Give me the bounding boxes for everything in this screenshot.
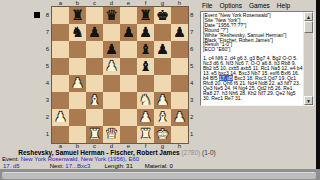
square-g5[interactable]: [154, 58, 171, 75]
piece-black-knight: ♞: [71, 24, 84, 41]
square-h7[interactable]: ♟: [171, 24, 188, 41]
square-d6[interactable]: ♟: [103, 41, 120, 58]
piece-white-pawn: ♟: [71, 75, 84, 92]
bottom-band: [0, 169, 320, 180]
event-label: Event:: [2, 156, 21, 162]
piece-black-pawn: ♟: [122, 24, 135, 41]
square-b1[interactable]: [69, 126, 86, 143]
square-e4[interactable]: [120, 75, 137, 92]
piece-white-knight: ♞: [139, 92, 152, 109]
menu-options[interactable]: Options: [219, 1, 241, 10]
square-e7[interactable]: ♟: [120, 24, 137, 41]
scrollbar[interactable]: ▲ ▼: [303, 12, 313, 105]
square-d8[interactable]: ♛: [103, 7, 120, 24]
square-b7[interactable]: ♞: [69, 24, 86, 41]
scrollbar-thumb[interactable]: [304, 21, 313, 33]
piece-black-pawn: ♟: [105, 41, 118, 58]
piece-white-pawn: ♟: [156, 92, 169, 109]
piece-white-bishop: ♝: [156, 109, 169, 126]
square-d5[interactable]: ♟: [103, 58, 120, 75]
rank-label: 6: [40, 41, 49, 58]
square-f1[interactable]: ♜: [137, 126, 154, 143]
scroll-up-icon[interactable]: ▲: [304, 12, 313, 21]
square-a1[interactable]: [52, 126, 69, 143]
played-move[interactable]: 17. d5: [3, 163, 20, 169]
square-f6[interactable]: ♝: [137, 41, 154, 58]
piece-black-pawn: ♟: [88, 24, 101, 41]
rank-label: 5: [40, 58, 49, 75]
file-label: h: [171, 0, 188, 6]
black-player-name: Fischer, Robert James: [110, 149, 179, 156]
square-h5[interactable]: [171, 58, 188, 75]
move-list: 1. c4 Nf6 2. d4 g6 3. g3 Bg7 4. Bg2 O-O …: [203, 56, 303, 100]
piece-white-rook: ♜: [88, 126, 101, 143]
square-a3[interactable]: [52, 92, 69, 109]
square-h1[interactable]: [171, 126, 188, 143]
square-a5[interactable]: [52, 58, 69, 75]
square-e3[interactable]: [120, 92, 137, 109]
pgn-header-line: [ECO "E60"]: [203, 47, 303, 52]
menu-help[interactable]: Help: [277, 1, 290, 10]
piece-black-bishop: ♝: [139, 58, 152, 75]
piece-white-pawn: ♟: [105, 58, 118, 75]
square-f2[interactable]: ♟: [137, 109, 154, 126]
square-f4[interactable]: [137, 75, 154, 92]
square-h8[interactable]: [171, 7, 188, 24]
square-b5[interactable]: [69, 58, 86, 75]
rank-label: 8: [40, 7, 49, 24]
next-move-link[interactable]: 17...Bxc3: [65, 163, 90, 169]
square-h4[interactable]: [171, 75, 188, 92]
piece-white-pawn: ♟: [173, 109, 186, 126]
square-c2[interactable]: [86, 109, 103, 126]
piece-white-bishop: ♝: [88, 92, 101, 109]
square-b2[interactable]: [69, 109, 86, 126]
file-label: f: [137, 0, 154, 6]
rank-label: 2: [40, 109, 49, 126]
bottom-band-inner: [2, 172, 316, 180]
menu-games[interactable]: Games: [249, 1, 270, 10]
square-g6[interactable]: ♟: [154, 41, 171, 58]
square-e6[interactable]: [120, 41, 137, 58]
white-player-name: Reshevsky, Samuel Herman: [18, 149, 104, 156]
pgn-headers: [Event "New York Rosenwald"][Site "New Y…: [203, 13, 303, 52]
rank-labels-left: 87654321: [40, 7, 49, 143]
square-c3[interactable]: ♝: [86, 92, 103, 109]
length-value: 31: [126, 163, 133, 169]
piece-white-rook: ♜: [139, 126, 152, 143]
length-label: Length:: [104, 163, 126, 169]
square-g7[interactable]: [154, 24, 171, 41]
square-b3[interactable]: [69, 92, 86, 109]
event-line: Event: New York Rosenwald, New York (195…: [2, 156, 139, 162]
event-link[interactable]: New York Rosenwald, New York (1956): [21, 156, 125, 162]
square-e1[interactable]: [120, 126, 137, 143]
square-f5[interactable]: ♝: [137, 58, 154, 75]
square-c8[interactable]: [86, 7, 103, 24]
square-f8[interactable]: ♜: [137, 7, 154, 24]
file-label: c: [86, 0, 103, 6]
square-f7[interactable]: ♟: [137, 24, 154, 41]
square-g3[interactable]: ♟: [154, 92, 171, 109]
piece-white-pawn: ♟: [54, 109, 67, 126]
menu-file[interactable]: File: [202, 1, 212, 10]
square-g2[interactable]: ♝: [154, 109, 171, 126]
square-c4[interactable]: [86, 75, 103, 92]
square-g4[interactable]: [154, 75, 171, 92]
rank-label: 4: [40, 75, 49, 92]
game-result: (1-0): [200, 149, 216, 156]
pgn-text-box[interactable]: [Event "New York Rosenwald"][Site "New Y…: [200, 11, 314, 106]
piece-white-queen: ♛: [105, 126, 118, 143]
right-edge-bar: [316, 0, 320, 169]
piece-black-pawn: ♟: [156, 41, 169, 58]
square-c5[interactable]: [86, 58, 103, 75]
file-label: a: [52, 0, 69, 6]
file-label: d: [103, 0, 120, 6]
piece-black-queen: ♛: [105, 7, 118, 24]
pgn-viewer-panel: FileOptionsGamesHelp [Event "New York Ro…: [197, 0, 316, 169]
square-a8[interactable]: [52, 7, 69, 24]
square-c7[interactable]: ♟: [86, 24, 103, 41]
material-value: 0: [169, 163, 172, 169]
square-d1[interactable]: ♛: [103, 126, 120, 143]
file-label: b: [69, 0, 86, 6]
rank-label: 3: [40, 92, 49, 109]
square-e2[interactable]: [120, 109, 137, 126]
square-d2[interactable]: [103, 109, 120, 126]
player-rating: (2780): [180, 149, 201, 156]
square-a2[interactable]: ♟: [52, 109, 69, 126]
players-line: Reshevsky, Samuel Herman - Fischer, Robe…: [0, 149, 234, 156]
square-b4[interactable]: ♟: [69, 75, 86, 92]
black-to-move-indicator: [34, 12, 40, 18]
square-c1[interactable]: ♜: [86, 126, 103, 143]
square-h3[interactable]: [171, 92, 188, 109]
square-b6[interactable]: [69, 41, 86, 58]
rank-label: 7: [40, 24, 49, 41]
square-e8[interactable]: [120, 7, 137, 24]
piece-black-rook: ♜: [139, 7, 152, 24]
rank-label: 1: [40, 126, 49, 143]
scroll-down-icon[interactable]: ▼: [304, 96, 313, 105]
square-g8[interactable]: ♚: [154, 7, 171, 24]
piece-black-pawn: ♟: [139, 24, 152, 41]
pgn-text: [Event "New York Rosenwald"][Site "New Y…: [203, 13, 303, 104]
square-h6[interactable]: [171, 41, 188, 58]
move-info-line: 17. d5Next: 17...Bxc3Length: 31Material:…: [3, 163, 173, 169]
piece-white-king: ♚: [156, 126, 169, 143]
square-b8[interactable]: ♜: [69, 7, 86, 24]
square-a4[interactable]: [52, 75, 69, 92]
square-d3[interactable]: [103, 92, 120, 109]
piece-black-bishop: ♝: [139, 41, 152, 58]
square-d4[interactable]: [103, 75, 120, 92]
menu-bar: FileOptionsGamesHelp: [202, 1, 290, 10]
piece-black-king: ♚: [156, 7, 169, 24]
piece-black-rook: ♜: [71, 7, 84, 24]
square-e5[interactable]: [120, 58, 137, 75]
piece-white-pawn: ♟: [139, 109, 152, 126]
file-labels-top: abcdefgh: [52, 0, 188, 6]
file-label: e: [120, 0, 137, 6]
file-label: g: [154, 0, 171, 6]
square-g1[interactable]: ♚: [154, 126, 171, 143]
square-a6[interactable]: [52, 41, 69, 58]
material-label: Material:: [145, 163, 170, 169]
square-d7[interactable]: [103, 24, 120, 41]
square-f3[interactable]: ♞: [137, 92, 154, 109]
square-a7[interactable]: [52, 24, 69, 41]
next-label: Next:: [50, 163, 66, 169]
square-c6[interactable]: [86, 41, 103, 58]
chess-board: ♜♛♜♚♞♟♟♟♟♟♝♟♟♝♟♝♞♟♟♟♝♟♜♛♜♚: [52, 7, 188, 143]
square-h2[interactable]: ♟: [171, 109, 188, 126]
eco-link[interactable]: E60: [128, 156, 139, 162]
piece-black-pawn: ♟: [173, 24, 186, 41]
